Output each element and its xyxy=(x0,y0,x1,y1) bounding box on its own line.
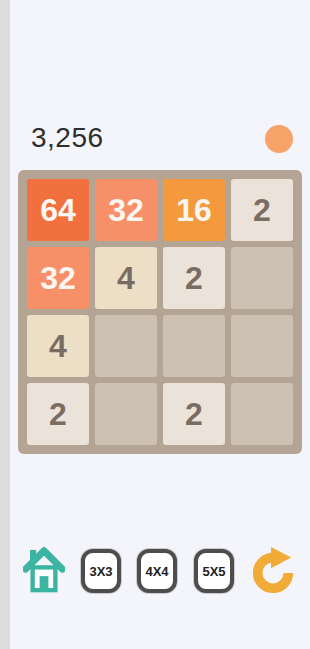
new-tile-indicator-dot xyxy=(265,125,293,153)
grid-size-button-5x5[interactable]: 5X5 xyxy=(194,549,234,593)
tile-2-r2c3: 2 xyxy=(163,247,225,309)
tile-4-r2c2: 4 xyxy=(95,247,157,309)
empty-cell-r4c2 xyxy=(95,383,157,445)
grid-size-button-4x4[interactable]: 4X4 xyxy=(137,549,177,593)
tile-16-r1c3: 16 xyxy=(163,179,225,241)
game-screen: 3,256 64321623242422 3X3 4X4 5X5 xyxy=(10,0,310,649)
tile-2-r1c4: 2 xyxy=(231,179,293,241)
tile-32-r2c1: 32 xyxy=(27,247,89,309)
game-board[interactable]: 64321623242422 xyxy=(18,170,302,454)
empty-cell-r3c4 xyxy=(231,315,293,377)
tile-2-r4c1: 2 xyxy=(27,383,89,445)
tile-64-r1c1: 64 xyxy=(27,179,89,241)
grid-size-button-3x3[interactable]: 3X3 xyxy=(81,549,121,593)
tile-4-r3c1: 4 xyxy=(27,315,89,377)
score: 3,256 xyxy=(31,122,104,154)
empty-cell-r2c4 xyxy=(231,247,293,309)
empty-cell-r3c2 xyxy=(95,315,157,377)
toolbar: 3X3 4X4 5X5 xyxy=(10,540,310,606)
restart-button[interactable] xyxy=(250,546,296,596)
empty-cell-r4c4 xyxy=(231,383,293,445)
restart-icon xyxy=(250,546,296,596)
empty-cell-r3c3 xyxy=(163,315,225,377)
home-button[interactable] xyxy=(23,545,65,595)
home-icon xyxy=(23,545,65,595)
tile-32-r1c2: 32 xyxy=(95,179,157,241)
tile-2-r4c3: 2 xyxy=(163,383,225,445)
